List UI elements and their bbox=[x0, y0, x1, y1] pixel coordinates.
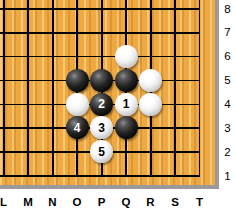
col-label-Q: Q bbox=[114, 195, 138, 210]
row-label-6: 6 bbox=[219, 49, 236, 63]
stone-white-R5[interactable] bbox=[139, 69, 162, 92]
stone-white-P2[interactable]: 5 bbox=[90, 140, 113, 163]
row-label-8: 8 bbox=[219, 2, 236, 16]
col-label-O: O bbox=[65, 195, 89, 210]
stone-white-Q6[interactable] bbox=[115, 45, 138, 68]
move-number-label: 2 bbox=[98, 98, 105, 110]
stone-black-Q3[interactable] bbox=[115, 116, 138, 139]
move-number-label: 4 bbox=[74, 122, 81, 134]
move-number-label: 5 bbox=[98, 146, 105, 158]
stones-layer: 21435 bbox=[0, 0, 212, 188]
stone-black-O5[interactable] bbox=[66, 69, 89, 92]
stone-black-P4[interactable]: 2 bbox=[90, 93, 113, 116]
col-label-N: N bbox=[41, 195, 65, 210]
col-label-L: L bbox=[0, 195, 16, 210]
col-label-S: S bbox=[163, 195, 187, 210]
col-label-T: T bbox=[188, 195, 212, 210]
row-label-4: 4 bbox=[219, 97, 236, 111]
stone-black-O3[interactable]: 4 bbox=[66, 116, 89, 139]
stone-white-R4[interactable] bbox=[139, 93, 162, 116]
move-number-label: 1 bbox=[123, 98, 130, 110]
go-diagram: 21435 87654321 LMNOPQRST bbox=[0, 0, 236, 212]
stone-white-P3[interactable]: 3 bbox=[90, 116, 113, 139]
row-label-1: 1 bbox=[219, 169, 236, 183]
col-label-M: M bbox=[16, 195, 40, 210]
stone-black-Q5[interactable] bbox=[115, 69, 138, 92]
col-label-R: R bbox=[139, 195, 163, 210]
row-label-5: 5 bbox=[219, 73, 236, 87]
stone-white-Q4[interactable]: 1 bbox=[115, 93, 138, 116]
move-number-label: 3 bbox=[98, 122, 105, 134]
row-label-3: 3 bbox=[219, 121, 236, 135]
col-label-P: P bbox=[90, 195, 114, 210]
row-label-2: 2 bbox=[219, 145, 236, 159]
go-board[interactable]: 21435 bbox=[0, 0, 219, 189]
row-label-7: 7 bbox=[219, 25, 236, 39]
stone-black-P5[interactable] bbox=[90, 69, 113, 92]
stone-white-O4[interactable] bbox=[66, 93, 89, 116]
